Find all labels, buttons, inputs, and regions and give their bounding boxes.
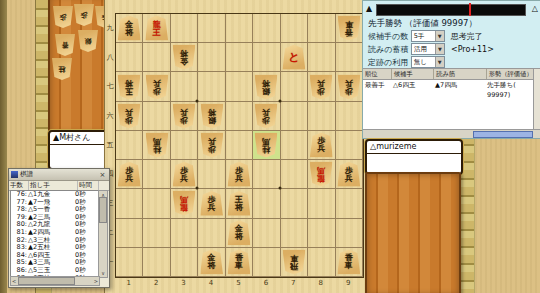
piece-kanji: 将 [208, 262, 216, 270]
setting-dropdown[interactable]: 活用▼ [411, 43, 445, 55]
piece-kanji: 歩 [208, 145, 216, 153]
board-square[interactable] [171, 248, 198, 277]
board-square[interactable]: 銀将 [198, 102, 225, 131]
board-square[interactable] [116, 219, 143, 248]
piece-kanji: 歩 [153, 87, 161, 95]
shogi-piece-gote-5四[interactable]: 歩兵 [227, 162, 250, 187]
piece-kanji: 馬 [153, 137, 161, 145]
piece-kanji: 金 [180, 57, 188, 65]
chevron-down-icon[interactable]: ▼ [435, 57, 444, 67]
piece-kanji: 銀 [208, 116, 216, 124]
piece-kanji: 兵 [235, 174, 243, 182]
gote-time-box [367, 154, 461, 169]
board-square[interactable] [308, 219, 335, 248]
sente-mark: ▲ [366, 4, 372, 13]
piece-kanji: 将 [180, 49, 188, 57]
shogi-piece-sente-3三[interactable]: 龍馬 [173, 191, 196, 216]
board-square[interactable] [171, 131, 198, 160]
board-square[interactable]: 龍馬 [171, 189, 198, 218]
shogi-piece-sente-4六[interactable]: 銀将 [200, 103, 223, 128]
shogi-piece-gote-3四[interactable]: 歩兵 [173, 162, 196, 187]
board-square[interactable]: 桂馬 [253, 131, 280, 160]
board-square[interactable] [226, 72, 253, 101]
shogi-piece-gote-7八[interactable]: と [282, 45, 305, 70]
file-label-5: 5 [225, 279, 252, 287]
board-square[interactable] [336, 219, 363, 248]
shogi-piece-gote-1四[interactable]: 歩兵 [118, 162, 141, 187]
piece-kanji: 銀 [262, 87, 270, 95]
board-square[interactable] [253, 219, 280, 248]
board-square[interactable]: 香車 [226, 248, 253, 277]
shogi-piece-gote-5一[interactable]: 香車 [227, 249, 250, 274]
setting-status-text: 思考完了 [451, 32, 483, 41]
board-square[interactable] [226, 14, 253, 43]
board-square[interactable]: 香車 [336, 248, 363, 277]
board-square[interactable]: 歩兵 [198, 131, 225, 160]
board-square[interactable] [116, 131, 143, 160]
board-square[interactable] [143, 219, 170, 248]
board-square[interactable]: 銀将 [253, 72, 280, 101]
hand-piece-sente-銀[interactable]: 銀 [78, 30, 98, 52]
board-square[interactable] [116, 189, 143, 218]
board-square[interactable] [253, 43, 280, 72]
piece-kanji: 車 [290, 254, 298, 262]
shogi-piece-sente-9九[interactable]: 香車 [337, 16, 360, 41]
board-square[interactable] [281, 160, 308, 189]
piece-kanji: 馬 [180, 195, 188, 203]
board-square[interactable] [198, 14, 225, 43]
shogi-piece-gote-9一[interactable]: 香車 [337, 249, 360, 274]
piece-kanji: 歩 [345, 87, 353, 95]
shogi-piece-gote-2九[interactable]: 龍王 [145, 16, 168, 41]
piece-kanji: 車 [345, 262, 353, 270]
tatami-edge-left [0, 0, 7, 293]
kifu-vertical-scrollbar[interactable]: ∧ ∨ [98, 190, 108, 278]
piece-kanji: 歩 [317, 87, 325, 95]
board-square[interactable] [143, 43, 170, 72]
piece-kanji: 兵 [180, 174, 188, 182]
board-square[interactable] [143, 102, 170, 131]
board-square[interactable] [281, 14, 308, 43]
kifu-window-title: 棋譜 [20, 170, 33, 179]
shogi-piece-sente-7一[interactable]: 飛車 [282, 249, 305, 274]
col-candidate: 候補手 [392, 69, 435, 79]
board-square[interactable] [308, 14, 335, 43]
piece-kanji: 龍 [317, 174, 325, 182]
file-label-1: 1 [115, 279, 142, 287]
shogi-piece-sente-3八[interactable]: 金将 [173, 45, 196, 70]
board-square[interactable]: 歩兵 [171, 160, 198, 189]
setting-dropdown[interactable]: 5手▼ [411, 30, 445, 42]
board-square[interactable] [253, 14, 280, 43]
piece-kanji: 龍 [180, 203, 188, 211]
board-square[interactable]: 王将 [226, 189, 253, 218]
board-square[interactable] [336, 43, 363, 72]
board-square[interactable] [198, 160, 225, 189]
kifu-header-moveno: 手数 [9, 181, 29, 190]
setting-row-0: 候補手の数 5手▼思考完了 [368, 30, 483, 42]
board-square[interactable] [308, 102, 335, 131]
analysis-hscrollbar-thumb[interactable] [473, 131, 533, 138]
board-square[interactable] [198, 43, 225, 72]
setting-label: 定跡の利用 [368, 58, 408, 67]
shogi-piece-sente-8七[interactable]: 歩兵 [310, 74, 333, 99]
star-point [196, 187, 199, 190]
kifu-header-move: 指し手 [29, 181, 78, 190]
board-square[interactable]: 飛車 [281, 248, 308, 277]
shogi-piece-sente-4五[interactable]: 歩兵 [200, 132, 223, 157]
evaluation-verdict: 先手勝勢 （評価値 99997） [368, 18, 477, 30]
chevron-down-icon[interactable]: ▼ [435, 44, 444, 54]
col-eval: 形勢（評価値） [487, 69, 540, 79]
chevron-down-icon[interactable]: ▼ [435, 31, 444, 41]
setting-label: 候補手の数 [368, 32, 408, 41]
board-square[interactable]: 龍王 [143, 14, 170, 43]
board-square[interactable]: 歩兵 [336, 160, 363, 189]
shogi-piece-sente-8四[interactable]: 龍馬 [310, 162, 333, 187]
piece-kanji: 兵 [180, 108, 188, 116]
board-square[interactable]: と [281, 43, 308, 72]
shogi-piece-sente-6五[interactable]: 桂馬 [255, 132, 278, 157]
board-square[interactable] [171, 219, 198, 248]
rank-label-六: 六 [105, 111, 115, 121]
board-square[interactable] [281, 102, 308, 131]
piece-kanji: 桂 [262, 145, 270, 153]
board-square[interactable] [143, 248, 170, 277]
board-square[interactable] [226, 131, 253, 160]
evaluation-bar [376, 4, 526, 16]
board-square[interactable]: 歩兵 [308, 131, 335, 160]
gote-player-name: △murizeme [367, 141, 461, 154]
file-label-9: 9 [335, 279, 362, 287]
candidate-table-headers: 順位 候補手 読み筋 形勢（評価値） [363, 69, 540, 80]
piece-kanji: 玉 [125, 87, 133, 95]
piece-kanji: 王 [153, 28, 161, 36]
board-square[interactable] [198, 72, 225, 101]
evaluation-tick [469, 3, 471, 16]
board-square[interactable] [226, 102, 253, 131]
board-square[interactable]: 歩兵 [226, 160, 253, 189]
hand-piece-sente-香[interactable]: 香 [55, 34, 75, 56]
board-square[interactable] [308, 189, 335, 218]
setting-row-2: 定跡の利用 無し▼ [368, 56, 445, 68]
file-label-2: 2 [142, 279, 169, 287]
piece-kanji: 飛 [290, 262, 298, 270]
candidate-table-rows[interactable]: 最善手△6四玉▲7四馬先手勝ち( 99997) [363, 80, 540, 90]
kifu-header-time: 時間 [78, 181, 99, 190]
setting-status-text: <Pro+11> [451, 45, 494, 54]
candidate-cell: 先手勝ち( 99997) [485, 80, 539, 90]
shogi-piece-gote-9四[interactable]: 歩兵 [337, 162, 360, 187]
shogi-piece-sente-6七[interactable]: 銀将 [255, 74, 278, 99]
piece-kanji: 兵 [125, 108, 133, 116]
hand-piece-sente-桂[interactable]: 桂 [52, 58, 72, 80]
piece-kanji: 車 [345, 20, 353, 28]
piece-kanji: 将 [125, 28, 133, 36]
board-square[interactable]: 金将 [198, 248, 225, 277]
shogi-board: 金将龍王香車金将と玉将歩兵銀将歩兵歩兵歩兵歩兵銀将歩兵桂馬歩兵桂馬歩兵歩兵歩兵歩… [104, 0, 367, 293]
star-point [196, 99, 199, 102]
shogi-piece-sente-2七[interactable]: 歩兵 [145, 74, 168, 99]
piece-kanji: 将 [235, 203, 243, 211]
kifu-scroll-right-icon[interactable]: > [94, 277, 98, 285]
star-point [278, 187, 281, 190]
col-rank: 順位 [363, 69, 392, 79]
shogi-piece-sente-6六[interactable]: 歩兵 [255, 103, 278, 128]
kifu-scroll-left-icon[interactable]: < [12, 277, 16, 285]
board-square[interactable] [253, 189, 280, 218]
shogi-piece-gote-5二[interactable]: 金将 [227, 220, 250, 245]
kifu-close-icon[interactable]: × [98, 171, 107, 179]
board-square[interactable] [253, 160, 280, 189]
board-square[interactable]: 歩兵 [143, 72, 170, 101]
board-square[interactable] [336, 189, 363, 218]
board-square[interactable] [198, 219, 225, 248]
piece-kanji: 兵 [317, 79, 325, 87]
gote-player-panel: △murizeme [365, 139, 463, 175]
kifu-window: 棋譜 × 手数 指し手 時間 76:△1九金0秒77:▲7一飛0秒78:△5一香… [8, 168, 110, 288]
piece-kanji: 将 [125, 79, 133, 87]
file-label-7: 7 [280, 279, 307, 287]
board-square[interactable]: 金将 [171, 43, 198, 72]
board-square[interactable] [308, 248, 335, 277]
board-square[interactable]: 歩兵 [116, 102, 143, 131]
piece-kanji: 兵 [345, 174, 353, 182]
piece-kanji: 馬 [262, 137, 270, 145]
file-label-6: 6 [252, 279, 279, 287]
board-square[interactable]: 歩兵 [198, 189, 225, 218]
hand-piece-sente-歩[interactable]: 歩 [74, 4, 94, 26]
piece-kanji: 将 [235, 233, 243, 241]
piece-kanji: 将 [262, 79, 270, 87]
shogi-app-window: 歩歩歩香銀桂 ▲M村さん 金将龍王香車金将と玉将歩兵銀将歩兵歩兵歩兵歩兵銀将歩兵… [0, 0, 540, 293]
piece-kanji: 兵 [317, 145, 325, 153]
candidate-cell: ▲7四馬 [433, 80, 485, 90]
board-square[interactable] [281, 72, 308, 101]
board-grid[interactable]: 金将龍王香車金将と玉将歩兵銀将歩兵歩兵歩兵歩兵銀将歩兵桂馬歩兵桂馬歩兵歩兵歩兵歩… [115, 13, 364, 278]
analysis-panel: ▲ △ 先手勝勢 （評価値 99997） 候補手の数 5手▼思考完了読みの蓄積 … [362, 0, 540, 139]
col-pv: 読み筋 [434, 69, 486, 79]
piece-kanji: 兵 [262, 108, 270, 116]
setting-dropdown[interactable]: 無し▼ [411, 56, 445, 68]
analysis-horizontal-scrollbar[interactable] [363, 129, 540, 138]
shogi-piece-sente-9七[interactable]: 歩兵 [337, 74, 360, 99]
board-square[interactable] [226, 43, 253, 72]
gote-mark: △ [532, 4, 538, 13]
piece-kanji: 馬 [317, 166, 325, 174]
piece-kanji: 兵 [153, 79, 161, 87]
candidate-table-scrollbar[interactable] [533, 69, 540, 130]
rank-label-七: 七 [105, 81, 115, 91]
shogi-piece-sente-1六[interactable]: 歩兵 [118, 103, 141, 128]
board-square[interactable]: 香車 [336, 14, 363, 43]
board-square[interactable] [171, 72, 198, 101]
board-square[interactable]: 歩兵 [171, 102, 198, 131]
kifu-horizontal-scrollbar[interactable]: < > [10, 276, 100, 286]
board-square[interactable]: 金将 [226, 219, 253, 248]
kifu-scrollbar-thumb[interactable] [99, 197, 107, 223]
board-square[interactable]: 玉将 [116, 72, 143, 101]
setting-row-1: 読みの蓄積 活用▼<Pro+11> [368, 43, 494, 55]
board-square[interactable]: 金将 [116, 14, 143, 43]
board-square[interactable]: 龍馬 [308, 160, 335, 189]
board-square[interactable] [143, 189, 170, 218]
board-square[interactable] [116, 43, 143, 72]
board-square[interactable] [116, 248, 143, 277]
board-square[interactable] [336, 102, 363, 131]
board-square[interactable] [171, 14, 198, 43]
board-square[interactable]: 歩兵 [116, 160, 143, 189]
piece-kanji: 兵 [208, 203, 216, 211]
piece-kanji: 兵 [125, 174, 133, 182]
piece-kanji: 歩 [125, 116, 133, 124]
gote-captured-tray [365, 172, 461, 293]
candidate-cell: 最善手 [363, 80, 391, 90]
piece-kanji: 歩 [262, 116, 270, 124]
kifu-titlebar[interactable]: 棋譜 × [9, 169, 109, 181]
board-square[interactable] [308, 43, 335, 72]
setting-label: 読みの蓄積 [368, 45, 408, 54]
shogi-piece-gote-1九[interactable]: 金将 [118, 16, 141, 41]
candidate-moves-table: 順位 候補手 読み筋 形勢（評価値） 最善手△6四玉▲7四馬先手勝ち( 9999… [363, 68, 540, 130]
board-square[interactable] [253, 248, 280, 277]
piece-kanji: 桂 [153, 145, 161, 153]
board-square[interactable]: 歩兵 [253, 102, 280, 131]
shogi-piece-gote-4一[interactable]: 金将 [200, 249, 223, 274]
candidate-cell: △6四玉 [391, 80, 433, 90]
candidate-row[interactable]: 最善手△6四玉▲7四馬先手勝ち( 99997) [363, 80, 540, 90]
hand-piece-sente-歩[interactable]: 歩 [53, 6, 73, 28]
rank-label-八: 八 [105, 52, 115, 62]
board-square[interactable] [281, 189, 308, 218]
piece-kanji: 車 [235, 262, 243, 270]
rank-label-九: 九 [105, 23, 115, 33]
piece-kanji: と [288, 52, 299, 63]
board-square[interactable] [143, 160, 170, 189]
piece-kanji: 将 [208, 108, 216, 116]
piece-kanji: 香 [345, 28, 353, 36]
board-square[interactable] [336, 131, 363, 160]
shogi-piece-sente-2五[interactable]: 桂馬 [145, 132, 168, 157]
shogi-piece-gote-8五[interactable]: 歩兵 [310, 132, 333, 157]
board-square[interactable]: 歩兵 [336, 72, 363, 101]
kifu-move-list[interactable]: 76:△1九金0秒77:▲7一飛0秒78:△5一香0秒79:▲2三馬0秒80:△… [10, 190, 100, 278]
piece-kanji: 兵 [345, 79, 353, 87]
kifu-hscrollbar-thumb[interactable] [18, 277, 75, 285]
file-label-4: 4 [197, 279, 224, 287]
file-label-8: 8 [307, 279, 334, 287]
file-label-3: 3 [170, 279, 197, 287]
shogi-piece-gote-5三[interactable]: 王将 [227, 191, 250, 216]
piece-kanji: 歩 [180, 116, 188, 124]
board-square[interactable]: 桂馬 [143, 131, 170, 160]
star-point [278, 99, 281, 102]
board-square[interactable]: 歩兵 [308, 72, 335, 101]
rank-label-五: 五 [105, 140, 115, 150]
board-square[interactable] [281, 219, 308, 248]
shogi-piece-sente-1七[interactable]: 玉将 [118, 74, 141, 99]
shogi-piece-sente-3六[interactable]: 歩兵 [173, 103, 196, 128]
evaluation-bar-row: ▲ △ [366, 3, 538, 16]
kifu-window-icon [11, 171, 18, 178]
piece-kanji: 兵 [208, 137, 216, 145]
kifu-scroll-down-icon[interactable]: ∨ [99, 269, 107, 277]
shogi-piece-gote-4三[interactable]: 歩兵 [200, 191, 223, 216]
board-square[interactable] [281, 131, 308, 160]
